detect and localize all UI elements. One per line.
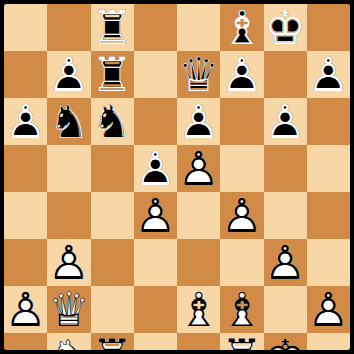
black-bishop[interactable]: ♝♗ bbox=[220, 4, 263, 51]
black-king[interactable]: ♚♔ bbox=[264, 4, 307, 51]
square-f2[interactable]: ♝♗ bbox=[220, 286, 263, 333]
square-d8[interactable] bbox=[134, 4, 177, 51]
square-g8[interactable]: ♚♔ bbox=[264, 4, 307, 51]
square-g4[interactable] bbox=[264, 192, 307, 239]
square-h7[interactable]: ♟♙ bbox=[307, 51, 350, 98]
square-f8[interactable]: ♝♗ bbox=[220, 4, 263, 51]
white-rook[interactable]: ♜♖ bbox=[91, 333, 134, 354]
piece-outline-glyph: ♙ bbox=[307, 286, 349, 333]
square-a6[interactable]: ♟♙ bbox=[4, 98, 47, 145]
square-e8[interactable] bbox=[177, 4, 220, 51]
square-e3[interactable] bbox=[177, 239, 220, 286]
square-d3[interactable] bbox=[134, 239, 177, 286]
square-a7[interactable] bbox=[4, 51, 47, 98]
piece-outline-glyph: ♘ bbox=[48, 98, 90, 145]
piece-outline-glyph: ♙ bbox=[48, 51, 90, 98]
white-pawn[interactable]: ♟♙ bbox=[264, 239, 307, 286]
square-f5[interactable] bbox=[220, 145, 263, 192]
piece-outline-glyph: ♖ bbox=[91, 333, 133, 354]
piece-outline-glyph: ♙ bbox=[221, 192, 263, 239]
square-b8[interactable] bbox=[47, 4, 90, 51]
square-a5[interactable] bbox=[4, 145, 47, 192]
piece-outline-glyph: ♙ bbox=[178, 145, 220, 192]
square-e2[interactable]: ♝♗ bbox=[177, 286, 220, 333]
square-e1[interactable] bbox=[177, 333, 220, 354]
square-f4[interactable]: ♟♙ bbox=[220, 192, 263, 239]
square-c3[interactable] bbox=[91, 239, 134, 286]
piece-outline-glyph: ♘ bbox=[48, 333, 90, 354]
piece-outline-glyph: ♖ bbox=[91, 4, 133, 51]
square-d7[interactable] bbox=[134, 51, 177, 98]
white-knight[interactable]: ♞♘ bbox=[47, 333, 90, 354]
square-e6[interactable]: ♟♙ bbox=[177, 98, 220, 145]
square-h5[interactable] bbox=[307, 145, 350, 192]
square-c8[interactable]: ♜♖ bbox=[91, 4, 134, 51]
square-c5[interactable] bbox=[91, 145, 134, 192]
square-g6[interactable]: ♟♙ bbox=[264, 98, 307, 145]
piece-outline-glyph: ♙ bbox=[134, 192, 176, 239]
white-king[interactable]: ♚♔ bbox=[264, 333, 307, 354]
piece-outline-glyph: ♙ bbox=[307, 51, 349, 98]
piece-outline-glyph: ♗ bbox=[221, 4, 263, 51]
black-rook[interactable]: ♜♖ bbox=[91, 4, 134, 51]
piece-outline-glyph: ♙ bbox=[48, 239, 90, 286]
square-f1[interactable]: ♜♖ bbox=[220, 333, 263, 354]
square-b4[interactable] bbox=[47, 192, 90, 239]
square-c6[interactable]: ♞♘ bbox=[91, 98, 134, 145]
piece-outline-glyph: ♔ bbox=[264, 333, 306, 354]
square-h3[interactable] bbox=[307, 239, 350, 286]
piece-outline-glyph: ♖ bbox=[91, 51, 133, 98]
square-b7[interactable]: ♟♙ bbox=[47, 51, 90, 98]
white-bishop[interactable]: ♝♗ bbox=[177, 286, 220, 333]
square-a3[interactable] bbox=[4, 239, 47, 286]
piece-outline-glyph: ♙ bbox=[178, 98, 220, 145]
piece-outline-glyph: ♘ bbox=[91, 98, 133, 145]
white-rook[interactable]: ♜♖ bbox=[220, 333, 263, 354]
square-b2[interactable]: ♛♕ bbox=[47, 286, 90, 333]
square-f3[interactable] bbox=[220, 239, 263, 286]
square-g7[interactable] bbox=[264, 51, 307, 98]
square-c2[interactable] bbox=[91, 286, 134, 333]
square-g1[interactable]: ♚♔ bbox=[264, 333, 307, 354]
square-c4[interactable] bbox=[91, 192, 134, 239]
board-grid: ♜♖♝♗♚♔♟♙♜♖♛♕♟♙♟♙♟♙♞♘♞♘♟♙♟♙♟♙♟♙♟♙♟♙♟♙♟♙♟♙… bbox=[4, 4, 350, 350]
square-g3[interactable]: ♟♙ bbox=[264, 239, 307, 286]
white-pawn[interactable]: ♟♙ bbox=[47, 239, 90, 286]
square-b3[interactable]: ♟♙ bbox=[47, 239, 90, 286]
square-h8[interactable] bbox=[307, 4, 350, 51]
piece-outline-glyph: ♙ bbox=[5, 286, 47, 333]
black-pawn[interactable]: ♟♙ bbox=[220, 51, 263, 98]
white-pawn[interactable]: ♟♙ bbox=[307, 286, 350, 333]
black-pawn[interactable]: ♟♙ bbox=[307, 51, 350, 98]
square-a1[interactable] bbox=[4, 333, 47, 354]
black-rook[interactable]: ♜♖ bbox=[91, 51, 134, 98]
square-b1[interactable]: ♞♘ bbox=[47, 333, 90, 354]
black-pawn[interactable]: ♟♙ bbox=[47, 51, 90, 98]
square-d2[interactable] bbox=[134, 286, 177, 333]
black-pawn[interactable]: ♟♙ bbox=[264, 98, 307, 145]
black-pawn[interactable]: ♟♙ bbox=[134, 145, 177, 192]
white-queen[interactable]: ♛♕ bbox=[47, 286, 90, 333]
piece-outline-glyph: ♕ bbox=[178, 51, 220, 98]
square-a8[interactable] bbox=[4, 4, 47, 51]
square-c1[interactable]: ♜♖ bbox=[91, 333, 134, 354]
square-f7[interactable]: ♟♙ bbox=[220, 51, 263, 98]
black-knight[interactable]: ♞♘ bbox=[47, 98, 90, 145]
square-h4[interactable] bbox=[307, 192, 350, 239]
square-g2[interactable] bbox=[264, 286, 307, 333]
square-d1[interactable] bbox=[134, 333, 177, 354]
piece-outline-glyph: ♖ bbox=[221, 333, 263, 354]
white-pawn[interactable]: ♟♙ bbox=[220, 192, 263, 239]
black-pawn[interactable]: ♟♙ bbox=[4, 98, 47, 145]
piece-outline-glyph: ♕ bbox=[48, 286, 90, 333]
square-e4[interactable] bbox=[177, 192, 220, 239]
black-pawn[interactable]: ♟♙ bbox=[177, 98, 220, 145]
black-knight[interactable]: ♞♘ bbox=[91, 98, 134, 145]
square-b6[interactable]: ♞♘ bbox=[47, 98, 90, 145]
piece-outline-glyph: ♔ bbox=[264, 4, 306, 51]
piece-outline-glyph: ♙ bbox=[221, 51, 263, 98]
white-pawn[interactable]: ♟♙ bbox=[177, 145, 220, 192]
piece-outline-glyph: ♗ bbox=[221, 286, 263, 333]
piece-outline-glyph: ♗ bbox=[178, 286, 220, 333]
square-d6[interactable] bbox=[134, 98, 177, 145]
black-queen[interactable]: ♛♕ bbox=[177, 51, 220, 98]
white-bishop[interactable]: ♝♗ bbox=[220, 286, 263, 333]
square-a2[interactable]: ♟♙ bbox=[4, 286, 47, 333]
square-c7[interactable]: ♜♖ bbox=[91, 51, 134, 98]
square-e5[interactable]: ♟♙ bbox=[177, 145, 220, 192]
square-h1[interactable] bbox=[307, 333, 350, 354]
white-pawn[interactable]: ♟♙ bbox=[134, 192, 177, 239]
square-f6[interactable] bbox=[220, 98, 263, 145]
white-pawn[interactable]: ♟♙ bbox=[4, 286, 47, 333]
square-h2[interactable]: ♟♙ bbox=[307, 286, 350, 333]
piece-outline-glyph: ♙ bbox=[134, 145, 176, 192]
square-a4[interactable] bbox=[4, 192, 47, 239]
piece-outline-glyph: ♙ bbox=[5, 98, 47, 145]
square-d5[interactable]: ♟♙ bbox=[134, 145, 177, 192]
chess-board: ♜♖♝♗♚♔♟♙♜♖♛♕♟♙♟♙♟♙♞♘♞♘♟♙♟♙♟♙♟♙♟♙♟♙♟♙♟♙♟♙… bbox=[0, 0, 354, 354]
square-h6[interactable] bbox=[307, 98, 350, 145]
piece-outline-glyph: ♙ bbox=[264, 98, 306, 145]
square-g5[interactable] bbox=[264, 145, 307, 192]
square-b5[interactable] bbox=[47, 145, 90, 192]
square-d4[interactable]: ♟♙ bbox=[134, 192, 177, 239]
piece-outline-glyph: ♙ bbox=[264, 239, 306, 286]
square-e7[interactable]: ♛♕ bbox=[177, 51, 220, 98]
